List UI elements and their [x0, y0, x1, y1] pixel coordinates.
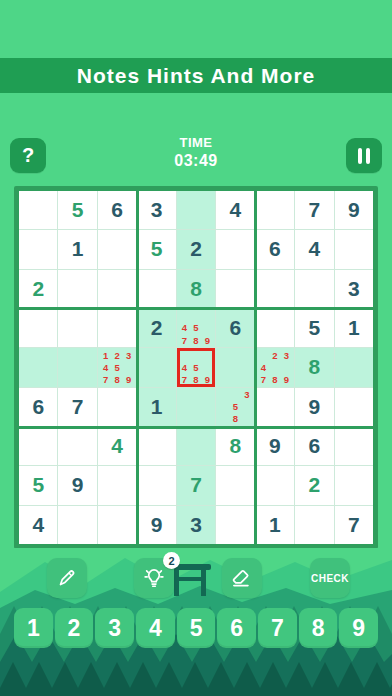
- note-digit: 7: [179, 334, 190, 346]
- given-digit: 5: [308, 316, 320, 340]
- cell-r1c3[interactable]: 6: [98, 191, 136, 229]
- user-digit: 5: [72, 198, 84, 222]
- cell-r4c3[interactable]: [98, 309, 136, 347]
- cell-r7c6[interactable]: 8: [216, 427, 254, 465]
- pencil-notes: 45789: [179, 310, 213, 346]
- cell-r2c5[interactable]: 2: [177, 230, 215, 268]
- given-digit: 9: [308, 395, 320, 419]
- cell-r2c3[interactable]: [98, 230, 136, 268]
- pencil-notes: 358: [218, 389, 252, 425]
- cell-r6c7[interactable]: [256, 388, 294, 426]
- cell-r1c6[interactable]: 4: [216, 191, 254, 229]
- cell-r8c8[interactable]: 2: [295, 466, 333, 504]
- lightbulb-icon: [141, 565, 167, 591]
- eraser-icon: [229, 565, 255, 591]
- cell-r9c5[interactable]: 3: [177, 506, 215, 544]
- given-digit: 9: [269, 434, 281, 458]
- cell-r5c5[interactable]: 45789: [177, 348, 215, 386]
- time-value: 03:49: [0, 152, 392, 170]
- sudoku-app: Notes Hints And More ? TIME 03:49 563479…: [0, 0, 392, 696]
- note-digit: 5: [190, 322, 201, 334]
- note-digit: 9: [202, 374, 213, 386]
- pencil-notes: 12345789: [100, 349, 134, 385]
- given-digit: 9: [348, 198, 360, 222]
- given-digit: 9: [151, 513, 163, 537]
- cell-r3c5[interactable]: 8: [177, 270, 215, 308]
- cell-r7c4[interactable]: [137, 427, 175, 465]
- numpad: 123456789: [14, 608, 378, 648]
- given-digit: 2: [151, 316, 163, 340]
- note-digit: 3: [123, 349, 134, 361]
- numpad-3[interactable]: 3: [95, 608, 134, 648]
- cell-r6c8[interactable]: 9: [295, 388, 333, 426]
- cell-r4c5[interactable]: 45789: [177, 309, 215, 347]
- note-digit: 7: [258, 374, 269, 386]
- note-digit: 4: [258, 361, 269, 373]
- cell-r3c1[interactable]: 2: [19, 270, 57, 308]
- note-digit: 8: [230, 413, 241, 425]
- given-digit: 6: [32, 395, 44, 419]
- numpad-1[interactable]: 1: [14, 608, 53, 648]
- cell-r4c1[interactable]: [19, 309, 57, 347]
- cell-r9c4[interactable]: 9: [137, 506, 175, 544]
- note-digit: 5: [111, 361, 122, 373]
- cell-r8c5[interactable]: 7: [177, 466, 215, 504]
- given-digit: 3: [190, 513, 202, 537]
- cell-r7c3[interactable]: 4: [98, 427, 136, 465]
- time-label: TIME: [0, 135, 392, 150]
- cell-r5c9[interactable]: [335, 348, 373, 386]
- given-digit: 1: [72, 237, 84, 261]
- user-digit: 8: [308, 355, 320, 379]
- given-digit: 6: [230, 316, 242, 340]
- cell-r8c9[interactable]: [335, 466, 373, 504]
- cell-r2c7[interactable]: 6: [256, 230, 294, 268]
- pause-button[interactable]: [346, 138, 382, 173]
- cell-r1c7[interactable]: [256, 191, 294, 229]
- note-digit: 9: [202, 334, 213, 346]
- numpad-6[interactable]: 6: [217, 608, 256, 648]
- user-digit: 2: [32, 277, 44, 301]
- given-digit: 7: [308, 198, 320, 222]
- cell-r2c1[interactable]: [19, 230, 57, 268]
- cell-r4c8[interactable]: 5: [295, 309, 333, 347]
- user-digit: 5: [32, 473, 44, 497]
- given-digit: 1: [269, 513, 281, 537]
- given-digit: 9: [72, 473, 84, 497]
- pause-icon: [358, 148, 370, 164]
- note-digit: 7: [100, 374, 111, 386]
- cell-r3c7[interactable]: [256, 270, 294, 308]
- user-digit: 2: [308, 473, 320, 497]
- cell-r6c5[interactable]: [177, 388, 215, 426]
- cell-r2c2[interactable]: 1: [58, 230, 96, 268]
- pencil-icon: [55, 566, 79, 590]
- given-digit: 2: [190, 237, 202, 261]
- note-digit: 8: [190, 334, 201, 346]
- cell-r7c2[interactable]: [58, 427, 96, 465]
- given-digit: 6: [308, 434, 320, 458]
- cell-r7c5[interactable]: [177, 427, 215, 465]
- cell-r1c2[interactable]: 5: [58, 191, 96, 229]
- cell-r1c1[interactable]: [19, 191, 57, 229]
- note-digit: 3: [281, 349, 292, 361]
- cell-r7c7[interactable]: 9: [256, 427, 294, 465]
- cell-r8c1[interactable]: 5: [19, 466, 57, 504]
- given-digit: 4: [32, 513, 44, 537]
- note-digit: 9: [281, 374, 292, 386]
- user-digit: 8: [190, 277, 202, 301]
- note-digit: 2: [269, 349, 280, 361]
- timer: TIME 03:49: [0, 135, 392, 170]
- cell-r3c3[interactable]: [98, 270, 136, 308]
- cell-r6c6[interactable]: 358: [216, 388, 254, 426]
- given-digit: 6: [269, 237, 281, 261]
- cell-r1c9[interactable]: 9: [335, 191, 373, 229]
- numpad-5[interactable]: 5: [177, 608, 216, 648]
- cell-r2c8[interactable]: 4: [295, 230, 333, 268]
- note-digit: 5: [230, 401, 241, 413]
- banner-title: Notes Hints And More: [0, 58, 392, 93]
- hint-count-badge: 2: [163, 552, 180, 569]
- note-digit: 3: [241, 389, 252, 401]
- cell-r4c2[interactable]: [58, 309, 96, 347]
- given-digit: 3: [151, 198, 163, 222]
- cell-r8c7[interactable]: [256, 466, 294, 504]
- given-digit: 4: [230, 198, 242, 222]
- given-digit: 6: [111, 198, 123, 222]
- cell-r7c1[interactable]: [19, 427, 57, 465]
- numpad-7[interactable]: 7: [258, 608, 297, 648]
- cell-r4c7[interactable]: [256, 309, 294, 347]
- cell-r5c7[interactable]: 234789: [256, 348, 294, 386]
- note-digit: 9: [123, 374, 134, 386]
- numpad-8[interactable]: 8: [299, 608, 338, 648]
- cell-r4c9[interactable]: 1: [335, 309, 373, 347]
- cell-r5c3[interactable]: 12345789: [98, 348, 136, 386]
- pencil-notes: 234789: [258, 349, 292, 385]
- cell-r4c6[interactable]: 6: [216, 309, 254, 347]
- cell-r8c6[interactable]: [216, 466, 254, 504]
- note-digit: 4: [100, 361, 111, 373]
- cell-r1c8[interactable]: 7: [295, 191, 333, 229]
- numpad-2[interactable]: 2: [55, 608, 94, 648]
- note-digit: 4: [179, 322, 190, 334]
- cell-r1c5[interactable]: [177, 191, 215, 229]
- check-button-label: CHECK: [311, 573, 349, 584]
- given-digit: 7: [72, 395, 84, 419]
- cell-r8c4[interactable]: [137, 466, 175, 504]
- cell-r9c9[interactable]: 7: [335, 506, 373, 544]
- note-digit: 8: [111, 374, 122, 386]
- note-digit: 8: [190, 374, 201, 386]
- check-button[interactable]: CHECK: [310, 558, 350, 598]
- notes-pencil-button[interactable]: [47, 558, 87, 598]
- cell-r2c6[interactable]: [216, 230, 254, 268]
- sudoku-board: 5634791526428324578965112345789457892347…: [14, 186, 378, 549]
- note-digit: 1: [100, 349, 111, 361]
- cell-r3c6[interactable]: [216, 270, 254, 308]
- cell-r6c2[interactable]: 7: [58, 388, 96, 426]
- cell-r5c1[interactable]: [19, 348, 57, 386]
- numpad-4[interactable]: 4: [136, 608, 175, 648]
- cell-r8c2[interactable]: 9: [58, 466, 96, 504]
- cell-r8c3[interactable]: [98, 466, 136, 504]
- cell-r1c4[interactable]: 3: [137, 191, 175, 229]
- user-digit: 8: [230, 434, 242, 458]
- hint-button[interactable]: 2: [134, 558, 174, 598]
- cell-r4c4[interactable]: 2: [137, 309, 175, 347]
- user-digit: 4: [111, 434, 123, 458]
- given-digit: 4: [308, 237, 320, 261]
- cell-r3c8[interactable]: [295, 270, 333, 308]
- given-digit: 7: [348, 513, 360, 537]
- cell-r3c4[interactable]: [137, 270, 175, 308]
- note-digit: 4: [179, 361, 190, 373]
- cell-r7c9[interactable]: [335, 427, 373, 465]
- note-digit: 8: [269, 374, 280, 386]
- cell-r9c7[interactable]: 1: [256, 506, 294, 544]
- cell-r3c9[interactable]: 3: [335, 270, 373, 308]
- note-digit: 2: [111, 349, 122, 361]
- cell-r9c1[interactable]: 4: [19, 506, 57, 544]
- note-digit: 7: [179, 374, 190, 386]
- cell-r9c2[interactable]: [58, 506, 96, 544]
- cell-r7c8[interactable]: 6: [295, 427, 333, 465]
- cell-r9c3[interactable]: [98, 506, 136, 544]
- cell-r5c2[interactable]: [58, 348, 96, 386]
- cell-r5c8[interactable]: 8: [295, 348, 333, 386]
- given-digit: 3: [348, 277, 360, 301]
- cell-r9c6[interactable]: [216, 506, 254, 544]
- user-digit: 5: [151, 237, 163, 261]
- given-digit: 1: [348, 316, 360, 340]
- cell-r6c9[interactable]: [335, 388, 373, 426]
- cell-r3c2[interactable]: [58, 270, 96, 308]
- cell-r9c8[interactable]: [295, 506, 333, 544]
- note-digit: 5: [190, 361, 201, 373]
- eraser-button[interactable]: [222, 558, 262, 598]
- pencil-notes: 45789: [179, 349, 213, 385]
- cell-r6c1[interactable]: 6: [19, 388, 57, 426]
- cell-r2c4[interactable]: 5: [137, 230, 175, 268]
- numpad-9[interactable]: 9: [339, 608, 378, 648]
- cell-r5c6[interactable]: [216, 348, 254, 386]
- cell-r5c4[interactable]: [137, 348, 175, 386]
- user-digit: 7: [190, 473, 202, 497]
- cell-r2c9[interactable]: [335, 230, 373, 268]
- cell-r6c3[interactable]: [98, 388, 136, 426]
- cell-r6c4[interactable]: 1: [137, 388, 175, 426]
- given-digit: 1: [151, 395, 163, 419]
